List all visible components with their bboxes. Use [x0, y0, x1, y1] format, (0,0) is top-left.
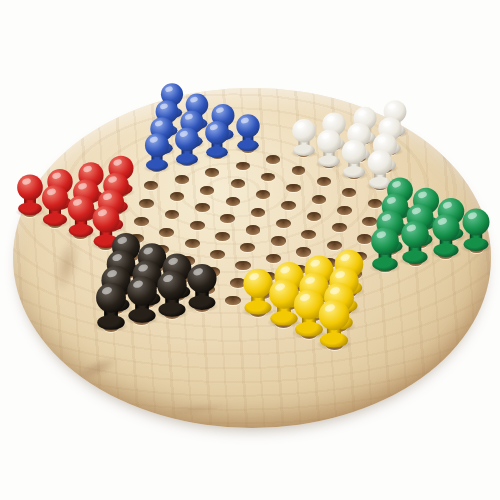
peg-base: [372, 257, 398, 271]
peg-base: [176, 153, 198, 165]
board-hole[interactable]: [226, 197, 240, 206]
peg-black[interactable]: [186, 264, 220, 311]
peg-base: [464, 237, 489, 250]
peg-green[interactable]: [399, 221, 431, 265]
peg-white[interactable]: [340, 140, 368, 179]
peg-head: [367, 150, 392, 175]
peg-head: [371, 227, 399, 255]
board-hole[interactable]: [205, 168, 219, 177]
board-hole[interactable]: [276, 219, 291, 228]
board-hole[interactable]: [185, 239, 200, 248]
peg-head: [157, 270, 186, 299]
peg-blue[interactable]: [173, 127, 200, 165]
peg-base: [145, 159, 167, 171]
peg-yellow[interactable]: [317, 299, 352, 348]
peg-blue[interactable]: [204, 121, 231, 159]
peg-green[interactable]: [430, 214, 461, 258]
peg-head: [292, 119, 316, 143]
peg-head: [402, 221, 429, 248]
peg-base: [18, 202, 42, 215]
board-hole[interactable]: [139, 199, 153, 208]
peg-head: [175, 127, 199, 151]
board-hole[interactable]: [271, 236, 286, 245]
peg-head: [206, 121, 230, 145]
peg-base: [68, 224, 92, 237]
board-hole[interactable]: [251, 208, 266, 217]
board-hole[interactable]: [159, 228, 174, 237]
peg-base: [318, 155, 340, 167]
peg-base: [158, 302, 185, 317]
peg-head: [342, 140, 366, 164]
board-hole[interactable]: [165, 210, 180, 219]
board-hole[interactable]: [246, 225, 261, 234]
peg-base: [320, 332, 348, 347]
board-hole[interactable]: [175, 175, 189, 184]
board-hole[interactable]: [231, 179, 245, 188]
board-hole[interactable]: [312, 195, 326, 204]
board-hole[interactable]: [286, 184, 300, 193]
peg-base: [293, 144, 315, 156]
peg-head: [432, 214, 459, 241]
peg-head: [317, 129, 341, 153]
wood-knot-mark: [74, 352, 123, 384]
peg-black[interactable]: [94, 283, 128, 331]
board-hole[interactable]: [190, 221, 205, 230]
board-hole[interactable]: [266, 155, 280, 164]
chinese-checkers-scene: [0, 0, 500, 500]
board-hole[interactable]: [210, 250, 225, 259]
peg-white[interactable]: [315, 129, 343, 168]
peg-head: [17, 175, 43, 201]
board-hole[interactable]: [301, 230, 316, 239]
wood-grain-streak: [163, 400, 234, 417]
peg-blue[interactable]: [143, 133, 171, 172]
peg-head: [188, 264, 217, 293]
board-hole[interactable]: [134, 217, 149, 226]
peg-head: [463, 208, 490, 235]
board-hole[interactable]: [337, 206, 352, 215]
board-hole[interactable]: [327, 241, 342, 250]
board-hole[interactable]: [200, 186, 214, 195]
peg-head: [319, 299, 349, 329]
peg-base: [97, 315, 125, 330]
peg-white[interactable]: [290, 119, 317, 157]
peg-base: [128, 308, 155, 323]
peg-head: [92, 206, 119, 233]
peg-black[interactable]: [155, 270, 189, 317]
board-hole[interactable]: [317, 177, 331, 186]
peg-head: [127, 277, 157, 307]
peg-green[interactable]: [369, 227, 401, 272]
peg-head: [42, 185, 68, 211]
board-hole[interactable]: [236, 162, 250, 171]
wood-knot-mark: [48, 234, 85, 296]
peg-head: [96, 283, 126, 313]
board-hole[interactable]: [292, 166, 306, 175]
peg-black[interactable]: [124, 277, 158, 325]
peg-blue[interactable]: [234, 115, 261, 153]
peg-head: [236, 115, 259, 138]
peg-head: [145, 133, 169, 157]
peg-green[interactable]: [461, 208, 492, 252]
